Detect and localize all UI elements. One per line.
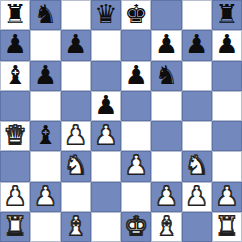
square-e8[interactable]: ♚ — [121, 0, 151, 30]
square-f7[interactable]: ♟ — [151, 30, 181, 60]
square-e3[interactable]: ♟ — [121, 151, 151, 181]
square-h7[interactable]: ♟ — [212, 30, 242, 60]
piece-black-pawn[interactable]: ♟ — [185, 31, 208, 57]
square-c8[interactable] — [61, 0, 91, 30]
square-c5[interactable] — [61, 91, 91, 121]
piece-black-pawn[interactable]: ♟ — [94, 92, 117, 118]
piece-black-pawn[interactable]: ♟ — [215, 31, 238, 57]
square-c2[interactable] — [61, 182, 91, 212]
square-c4[interactable]: ♟ — [61, 121, 91, 151]
piece-black-king[interactable]: ♚ — [124, 1, 147, 27]
square-d7[interactable] — [91, 30, 121, 60]
square-f4[interactable] — [151, 121, 181, 151]
square-e6[interactable]: ♟ — [121, 61, 151, 91]
square-b7[interactable] — [30, 30, 60, 60]
piece-white-bishop[interactable]: ♝ — [64, 213, 87, 239]
piece-white-rook[interactable]: ♜ — [3, 213, 26, 239]
piece-black-pawn[interactable]: ♟ — [64, 31, 87, 57]
square-a6[interactable]: ♝ — [0, 61, 30, 91]
piece-white-knight[interactable]: ♞ — [64, 152, 87, 178]
piece-white-pawn[interactable]: ♟ — [215, 183, 238, 209]
square-d6[interactable] — [91, 61, 121, 91]
square-d4[interactable]: ♟ — [91, 121, 121, 151]
square-h8[interactable]: ♜ — [212, 0, 242, 30]
square-h5[interactable] — [212, 91, 242, 121]
square-d3[interactable] — [91, 151, 121, 181]
square-c3[interactable]: ♞ — [61, 151, 91, 181]
piece-black-pawn[interactable]: ♟ — [155, 31, 178, 57]
piece-white-rook[interactable]: ♜ — [215, 213, 238, 239]
square-a2[interactable]: ♟ — [0, 182, 30, 212]
square-c1[interactable]: ♝ — [61, 212, 91, 242]
piece-black-knight[interactable]: ♞ — [34, 1, 57, 27]
square-h6[interactable] — [212, 61, 242, 91]
square-g7[interactable]: ♟ — [182, 30, 212, 60]
square-b4[interactable]: ♝ — [30, 121, 60, 151]
square-a7[interactable]: ♟ — [0, 30, 30, 60]
square-b6[interactable]: ♟ — [30, 61, 60, 91]
square-h1[interactable]: ♜ — [212, 212, 242, 242]
piece-white-king[interactable]: ♚ — [124, 213, 147, 239]
piece-black-rook[interactable]: ♜ — [215, 1, 238, 27]
square-h4[interactable] — [212, 121, 242, 151]
square-f6[interactable]: ♞ — [151, 61, 181, 91]
square-g3[interactable]: ♞ — [182, 151, 212, 181]
square-e7[interactable] — [121, 30, 151, 60]
square-f2[interactable]: ♟ — [151, 182, 181, 212]
square-a4[interactable]: ♛ — [0, 121, 30, 151]
chess-board: ♜♞♛♚♜♟♟♟♟♟♝♟♟♞♟♛♝♟♟♞♟♞♟♟♟♟♟♜♝♚♝♜ — [0, 0, 242, 242]
piece-black-bishop[interactable]: ♝ — [3, 62, 26, 88]
piece-black-pawn[interactable]: ♟ — [124, 62, 147, 88]
square-c6[interactable] — [61, 61, 91, 91]
piece-black-pawn[interactable]: ♟ — [34, 62, 57, 88]
piece-black-rook[interactable]: ♜ — [3, 1, 26, 27]
square-g2[interactable]: ♟ — [182, 182, 212, 212]
square-f1[interactable]: ♝ — [151, 212, 181, 242]
square-e4[interactable] — [121, 121, 151, 151]
piece-white-pawn[interactable]: ♟ — [34, 183, 57, 209]
square-b2[interactable]: ♟ — [30, 182, 60, 212]
square-b8[interactable]: ♞ — [30, 0, 60, 30]
square-b3[interactable] — [30, 151, 60, 181]
square-h2[interactable]: ♟ — [212, 182, 242, 212]
square-d5[interactable]: ♟ — [91, 91, 121, 121]
square-b1[interactable] — [30, 212, 60, 242]
piece-black-knight[interactable]: ♞ — [155, 62, 178, 88]
piece-white-pawn[interactable]: ♟ — [124, 152, 147, 178]
square-a1[interactable]: ♜ — [0, 212, 30, 242]
square-c7[interactable]: ♟ — [61, 30, 91, 60]
square-f5[interactable] — [151, 91, 181, 121]
piece-white-bishop[interactable]: ♝ — [155, 213, 178, 239]
piece-white-pawn[interactable]: ♟ — [185, 183, 208, 209]
square-d8[interactable]: ♛ — [91, 0, 121, 30]
piece-black-queen[interactable]: ♛ — [94, 1, 117, 27]
square-g4[interactable] — [182, 121, 212, 151]
square-b5[interactable] — [30, 91, 60, 121]
square-g5[interactable] — [182, 91, 212, 121]
square-h3[interactable] — [212, 151, 242, 181]
square-f8[interactable] — [151, 0, 181, 30]
square-g8[interactable] — [182, 0, 212, 30]
piece-white-queen[interactable]: ♛ — [3, 122, 26, 148]
square-a5[interactable] — [0, 91, 30, 121]
square-g1[interactable] — [182, 212, 212, 242]
square-d1[interactable] — [91, 212, 121, 242]
square-a8[interactable]: ♜ — [0, 0, 30, 30]
piece-white-pawn[interactable]: ♟ — [3, 183, 26, 209]
square-a3[interactable] — [0, 151, 30, 181]
square-d2[interactable] — [91, 182, 121, 212]
piece-white-pawn[interactable]: ♟ — [94, 122, 117, 148]
square-e5[interactable] — [121, 91, 151, 121]
square-f3[interactable] — [151, 151, 181, 181]
square-g6[interactable] — [182, 61, 212, 91]
square-e2[interactable] — [121, 182, 151, 212]
piece-black-pawn[interactable]: ♟ — [3, 31, 26, 57]
piece-white-pawn[interactable]: ♟ — [155, 183, 178, 209]
piece-white-knight[interactable]: ♞ — [185, 152, 208, 178]
piece-black-bishop[interactable]: ♝ — [34, 122, 57, 148]
square-e1[interactable]: ♚ — [121, 212, 151, 242]
piece-white-pawn[interactable]: ♟ — [64, 122, 87, 148]
